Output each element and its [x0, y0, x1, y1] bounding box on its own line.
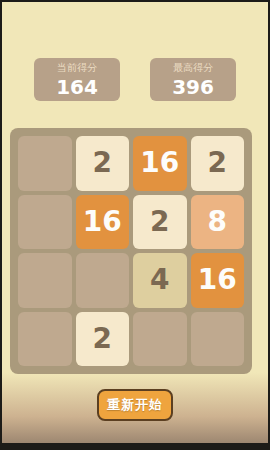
tile-16: 16	[191, 253, 245, 308]
tile-16: 16	[133, 136, 187, 191]
tile-8: 8	[191, 195, 245, 250]
empty-cell	[18, 253, 72, 308]
empty-cell	[191, 312, 245, 367]
current-score-box: 当前得分 164	[34, 58, 120, 101]
tile-2: 2	[133, 195, 187, 250]
empty-cell	[76, 253, 130, 308]
tile-2: 2	[76, 312, 130, 367]
empty-cell	[133, 312, 187, 367]
current-score-label: 当前得分	[57, 63, 97, 73]
board-2048[interactable]: 216216284162	[10, 128, 252, 374]
best-score-label: 最高得分	[173, 63, 213, 73]
empty-cell	[18, 136, 72, 191]
restart-button[interactable]: 重新开始	[97, 389, 173, 421]
tile-4: 4	[133, 253, 187, 308]
current-score-value: 164	[56, 77, 98, 97]
empty-cell	[18, 195, 72, 250]
tile-16: 16	[76, 195, 130, 250]
game-screen: 当前得分 164 最高得分 396 216216284162 重新开始	[2, 2, 268, 443]
empty-cell	[18, 312, 72, 367]
best-score-box: 最高得分 396	[150, 58, 236, 101]
tile-2: 2	[76, 136, 130, 191]
tile-2: 2	[191, 136, 245, 191]
score-panel: 当前得分 164 最高得分 396	[2, 58, 268, 101]
best-score-value: 396	[172, 77, 214, 97]
